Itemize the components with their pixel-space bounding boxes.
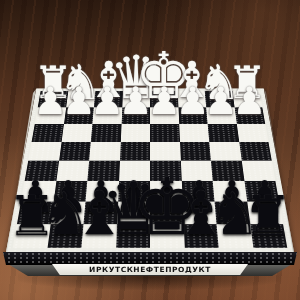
square-b3[interactable] — [61, 124, 92, 142]
square-a3[interactable] — [32, 124, 64, 142]
piece-black-rook-h8[interactable]: ♜ — [244, 189, 293, 244]
square-a4[interactable] — [28, 142, 61, 161]
square-e3[interactable] — [150, 124, 180, 142]
square-d4[interactable] — [120, 142, 150, 161]
board-brand-label: ИРКУТСКНЕФТЕПРОДУКТ — [52, 264, 248, 275]
square-f3[interactable] — [179, 124, 209, 142]
square-c3[interactable] — [91, 124, 121, 142]
piece-white-pawn-h2[interactable]: ♟ — [233, 83, 267, 121]
square-f4[interactable] — [180, 142, 211, 161]
square-g3[interactable] — [208, 124, 239, 142]
square-d3[interactable] — [120, 124, 150, 142]
square-g4[interactable] — [209, 142, 241, 161]
square-c4[interactable] — [89, 142, 120, 161]
square-h4[interactable] — [239, 142, 272, 161]
square-h3[interactable] — [236, 124, 268, 142]
table-surface: ИРКУТСКНЕФТЕПРОДУКТ ♜♞♝♛♚♝♞♜♟♟♟♟♟♟♟♟♟♟♟♟… — [0, 0, 300, 300]
square-b4[interactable] — [59, 142, 91, 161]
board-brand-text: ИРКУТСКНЕФТЕПРОДУКТ — [89, 265, 211, 274]
square-e4[interactable] — [150, 142, 180, 161]
board-front-face — [0, 252, 300, 265]
